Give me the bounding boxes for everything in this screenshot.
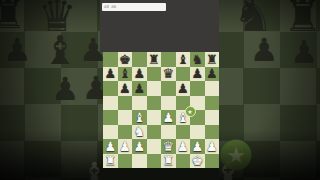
square-g3[interactable] <box>190 125 205 140</box>
background-black-bishop: ♝ <box>42 30 78 70</box>
chess-board: ♚♜♝♞♜♟♝♟♛♟♟♟♟♟♝♟♝♞♟♟♟♛♟♟♟♜♜♚★ <box>103 52 219 168</box>
white-pawn: ♟ <box>104 139 116 152</box>
white-pawn: ♟ <box>162 110 174 123</box>
black-knight: ♞ <box>191 52 203 65</box>
square-b5[interactable] <box>118 96 133 111</box>
square-h2[interactable]: ♟ <box>205 139 220 154</box>
square-d5[interactable] <box>147 96 162 111</box>
black-bishop: ♝ <box>119 67 131 80</box>
square-e4[interactable]: ♟ <box>161 110 176 125</box>
square-c1[interactable] <box>132 154 147 169</box>
square-b3[interactable] <box>118 125 133 140</box>
square-g7[interactable]: ♟ <box>190 67 205 82</box>
top-panel: d8 d6 <box>100 0 219 52</box>
square-e6[interactable] <box>161 81 176 96</box>
white-bishop: ♝ <box>133 110 145 123</box>
move-input[interactable]: d8 d6 <box>102 3 166 11</box>
background-black-pawn: ♟ <box>3 34 32 66</box>
square-b7[interactable]: ♝ <box>118 67 133 82</box>
white-king: ♚ <box>191 154 203 167</box>
square-b2[interactable]: ♟ <box>118 139 133 154</box>
background-black-pawn: ♟ <box>51 73 80 105</box>
square-c4[interactable]: ♝ <box>132 110 147 125</box>
square-h8[interactable]: ♜ <box>205 52 220 67</box>
square-b4[interactable] <box>118 110 133 125</box>
square-g1[interactable]: ♚ <box>190 154 205 169</box>
background-black-pawn: ♟ <box>290 36 319 68</box>
square-a8[interactable] <box>103 52 118 67</box>
square-d3[interactable] <box>147 125 162 140</box>
square-g6[interactable] <box>190 81 205 96</box>
square-a6[interactable] <box>103 81 118 96</box>
square-a4[interactable] <box>103 110 118 125</box>
square-c7[interactable]: ♟ <box>132 67 147 82</box>
square-c6[interactable]: ♟ <box>132 81 147 96</box>
square-c5[interactable] <box>132 96 147 111</box>
white-queen: ♛ <box>162 139 174 152</box>
square-a3[interactable] <box>103 125 118 140</box>
square-h4[interactable] <box>205 110 220 125</box>
square-b1[interactable] <box>118 154 133 169</box>
background-star-badge-icon: ★ <box>221 140 252 171</box>
background-black-pawn: ♟ <box>250 34 279 66</box>
square-f8[interactable]: ♝ <box>176 52 191 67</box>
square-h6[interactable] <box>205 81 220 96</box>
square-f7[interactable] <box>176 67 191 82</box>
background-black-rook: ♜ <box>0 0 26 34</box>
square-e1[interactable]: ♜ <box>161 154 176 169</box>
white-pawn: ♟ <box>119 139 131 152</box>
black-bishop: ♝ <box>177 52 189 65</box>
black-rook: ♜ <box>148 52 160 65</box>
square-e5[interactable] <box>161 96 176 111</box>
black-pawn: ♟ <box>104 67 116 80</box>
square-a2[interactable]: ♟ <box>103 139 118 154</box>
black-pawn: ♟ <box>133 67 145 80</box>
square-d8[interactable]: ♜ <box>147 52 162 67</box>
white-rook: ♜ <box>162 154 174 167</box>
square-d6[interactable] <box>147 81 162 96</box>
black-pawn: ♟ <box>206 67 218 80</box>
black-pawn: ♟ <box>191 67 203 80</box>
square-f6[interactable]: ♟ <box>176 81 191 96</box>
square-g2[interactable]: ♟ <box>190 139 205 154</box>
square-d7[interactable] <box>147 67 162 82</box>
square-b8[interactable]: ♚ <box>118 52 133 67</box>
star-move-badge-icon: ★ <box>185 106 196 117</box>
white-rook: ♜ <box>104 154 116 167</box>
white-pawn: ♟ <box>191 139 203 152</box>
video-frame: ♜♛♟♝♟♟♟♞♜♟♟♝♝ ★ d8 d6 ♚♜♝♞♜♟♝♟♛♟♟♟♟♟♝♟♝♞… <box>0 0 320 180</box>
square-f2[interactable]: ♟ <box>176 139 191 154</box>
square-g8[interactable]: ♞ <box>190 52 205 67</box>
square-h3[interactable] <box>205 125 220 140</box>
black-queen: ♛ <box>162 67 174 80</box>
black-king: ♚ <box>119 52 131 65</box>
bottom-strip <box>100 168 219 180</box>
square-f3[interactable] <box>176 125 191 140</box>
square-e8[interactable] <box>161 52 176 67</box>
square-e2[interactable]: ♛ <box>161 139 176 154</box>
square-f1[interactable] <box>176 154 191 169</box>
black-pawn: ♟ <box>119 81 131 94</box>
square-c3[interactable]: ♞ <box>132 125 147 140</box>
black-pawn: ♟ <box>177 81 189 94</box>
square-h1[interactable] <box>205 154 220 169</box>
square-d1[interactable] <box>147 154 162 169</box>
black-rook: ♜ <box>206 52 218 65</box>
white-pawn: ♟ <box>177 139 189 152</box>
square-d2[interactable] <box>147 139 162 154</box>
square-a7[interactable]: ♟ <box>103 67 118 82</box>
square-a1[interactable]: ♜ <box>103 154 118 169</box>
square-e3[interactable] <box>161 125 176 140</box>
square-h5[interactable] <box>205 96 220 111</box>
white-pawn: ♟ <box>133 139 145 152</box>
square-e7[interactable]: ♛ <box>161 67 176 82</box>
square-h7[interactable]: ♟ <box>205 67 220 82</box>
square-c2[interactable]: ♟ <box>132 139 147 154</box>
white-knight: ♞ <box>133 125 145 138</box>
square-b6[interactable]: ♟ <box>118 81 133 96</box>
black-pawn: ♟ <box>133 81 145 94</box>
white-pawn: ♟ <box>206 139 218 152</box>
square-a5[interactable] <box>103 96 118 111</box>
square-d4[interactable] <box>147 110 162 125</box>
square-c8[interactable] <box>132 52 147 67</box>
